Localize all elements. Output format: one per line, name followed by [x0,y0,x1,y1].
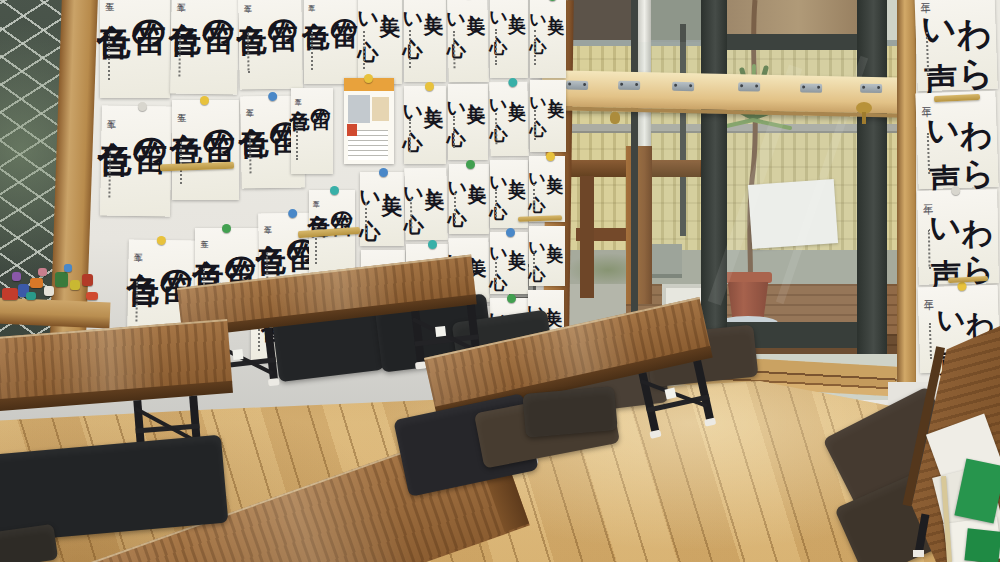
calligraphy-classroom-photo: 笛の 音色五年笛の 音色五年笛の 音色五年笛の 音色五年笛の 音色五年笛の 音色… [0,0,1000,562]
zabuton-cushion [522,386,617,438]
student-name-mark [409,30,411,68]
zabuton-cushion [0,524,58,562]
metal-bracket [860,84,882,93]
toy-figurine [26,292,36,300]
magnet-pin[interactable] [156,236,165,245]
student-name-mark [363,31,365,70]
magnet-pin[interactable] [951,186,960,195]
magnet-pin[interactable] [379,168,388,177]
student-name-mark [409,119,411,152]
door-stile[interactable] [857,0,887,354]
toy-figurine [12,272,21,281]
leg-label-sticker [435,326,446,337]
metal-bracket [738,82,760,91]
student-name-mark [296,124,298,160]
calligraphy-sheet-warai: わら い声三年 [915,91,998,190]
calligraphy-sheet-bishin: 美し い心 [529,226,565,286]
student-name-mark [495,258,497,284]
toy-figurine [55,272,68,287]
calligraphy-ink: 笛の 音色 [96,113,168,209]
toy-figurine [82,274,93,286]
magnet-pin[interactable] [957,282,966,291]
toy-figurine [86,292,98,300]
calligraphy-paper-stack [964,528,1000,562]
railing-post [580,176,594,298]
calligraphy-sheet-warai: わら い声三年 [914,0,998,91]
magnet-pin[interactable] [288,209,297,218]
calligraphy-sheet-fue: 笛の 音色五年 [238,0,303,90]
toy-figurine [30,278,43,288]
leg-label-sticker [232,349,243,360]
calligraphy-ink: 笛の 音色 [236,0,300,83]
leg-label-sticker [665,388,677,400]
window-sill [0,297,111,328]
folding-leg-set [639,360,715,434]
metal-bracket [672,82,694,91]
poster-pred [347,124,357,136]
calligraphy-sheet-fue: 笛の 音色五年 [291,88,333,174]
calligraphy-sheet-bishin: 美し い心 [489,82,528,157]
poster-pimg1 [348,95,370,123]
magnet-pin[interactable] [138,102,147,111]
calligraphy-sheet-bishin: 美し い心 [448,84,488,160]
calligraphy-sheet-fue: 笛の 音色五年 [172,100,239,200]
metal-bracket [618,81,640,90]
calligraphy-sheet-bishin: 美し い心 [490,232,528,294]
calligraphy-sheet-bishin: 美し い心 [490,0,528,78]
calligraphy-sheet-bishin: 美し い心 [529,156,565,222]
brass-keys [610,112,620,124]
magnet-pin[interactable] [428,240,437,249]
calligraphy-sheet-bishin: 美し い心 [360,172,404,246]
calligraphy-sheet-bishin: 美し い心 [404,86,446,164]
right-table-foot [913,550,924,557]
toy-figurine [64,264,72,272]
magnet-pin[interactable] [508,78,517,87]
toy-figurine [70,280,80,290]
table-leg-f2 [704,417,716,426]
brass-latch[interactable] [856,102,872,114]
table-leg-f2 [268,378,280,386]
magnet-pin[interactable] [200,96,209,105]
metal-bracket [800,83,822,92]
magnet-pin[interactable] [466,160,475,169]
toy-figurine [44,286,54,296]
student-name-mark [365,203,367,234]
magnet-pin[interactable] [222,224,231,233]
toy-figurine [2,288,18,300]
calligraphy-sheet-bishin: 美し い心 [530,0,566,78]
door-top-rail [727,34,857,50]
student-name-mark [534,110,536,140]
student-name-mark [453,116,455,148]
student-name-mark [533,251,535,276]
calligraphy-sheet-bishin: 美し い心 [449,164,489,234]
magnet-pin[interactable] [425,82,434,91]
student-name-mark [495,29,497,64]
calligraphy-sheet-fue: 笛の 音色五年 [100,0,170,98]
table-leg-f1 [649,430,661,439]
calligraphy-ink: わら い声 [929,196,995,278]
student-name-mark [454,193,456,222]
wall-poster [344,78,394,164]
magnet-pin[interactable] [364,74,373,83]
student-name-mark [311,32,313,70]
door-panel-edge [631,0,638,354]
calligraphy-sheet-fue: 笛の 音色五年 [100,105,172,216]
calligraphy-sheet-warai: わら い声三年 [917,189,999,284]
calligraphy-sheet-fue: 笛の 音色五年 [304,0,361,84]
calligraphy-sheet-bishin: 美し い心 [404,0,446,82]
toy-figurine [38,268,47,276]
calligraphy-sheet-bishin: 美し い心 [530,80,566,152]
student-name-mark [108,34,110,80]
student-name-mark [495,189,497,218]
calligraphy-sheet-bishin: 美し い心 [447,0,489,82]
student-name-mark [534,30,536,64]
student-name-mark [533,184,535,212]
poster-pimg2 [372,97,389,121]
calligraphy-sheet-bishin: 美し い心 [404,168,447,241]
metal-bracket [566,81,588,90]
magnet-pin[interactable] [330,186,339,195]
calligraphy-sheet-fue: 笛の 音色五年 [170,0,239,95]
calligraphy-ink: わら い声 [920,0,994,84]
student-name-mark [928,323,931,359]
magnet-pin[interactable] [268,92,277,101]
calligraphy-ink: わら い声 [925,97,994,182]
glass-reflection [568,0,638,42]
calligraphy-ink: 笛の 音色 [96,0,167,90]
calligraphy-sheet-bishin: 美し い心 [358,0,402,84]
table-leg-b2 [693,360,714,422]
